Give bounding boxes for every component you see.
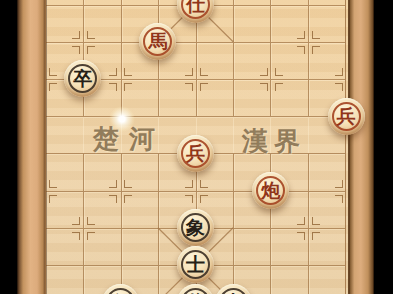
piece-ring: 象 <box>181 213 210 242</box>
board-cell <box>196 42 233 79</box>
board-cell <box>270 5 307 42</box>
piece-red-soldier[interactable]: 兵 <box>177 135 214 172</box>
board-cell <box>83 191 120 228</box>
river-text-left: 楚河 <box>93 122 165 157</box>
river-text-right: 漢界 <box>242 124 306 159</box>
board-cell <box>270 79 307 116</box>
piece-glyph: 馬 <box>148 32 167 51</box>
board-frame-left <box>17 0 47 294</box>
board-cell <box>46 228 83 265</box>
piece-ring: 士 <box>219 288 248 294</box>
board-cell <box>46 191 83 228</box>
piece-ring: 將 <box>181 288 210 294</box>
board-cell <box>270 228 307 265</box>
piece-ring: 卒 <box>68 64 97 93</box>
piece-ring: 兵 <box>332 102 361 131</box>
piece-glyph: 兵 <box>186 144 205 163</box>
board-cell <box>270 265 307 294</box>
piece-glyph: 仕 <box>186 0 205 14</box>
xiangqi-board[interactable]: 楚河 漢界 仕馬卒兵兵炮象士象將士 <box>0 0 393 294</box>
board-cell <box>121 191 158 228</box>
piece-glyph: 士 <box>186 255 205 274</box>
piece-ring: 馬 <box>143 27 172 56</box>
board-cell <box>83 5 120 42</box>
board-cell <box>270 42 307 79</box>
board-cell <box>83 153 120 190</box>
board-cell <box>233 5 270 42</box>
board-cell <box>46 5 83 42</box>
board-cell <box>233 79 270 116</box>
board-cell <box>233 42 270 79</box>
board-cell <box>121 153 158 190</box>
board-cell <box>46 265 83 294</box>
board-cell <box>121 228 158 265</box>
piece-red-soldier[interactable]: 兵 <box>328 98 365 135</box>
piece-glyph: 象 <box>186 218 205 237</box>
board-cell <box>308 228 345 265</box>
board-frame-right <box>348 0 374 294</box>
board-cell <box>308 265 345 294</box>
board-cell <box>308 191 345 228</box>
board-cell <box>196 79 233 116</box>
board-cell <box>308 42 345 79</box>
piece-ring: 兵 <box>181 139 210 168</box>
piece-ring: 士 <box>181 250 210 279</box>
board-cell <box>308 153 345 190</box>
board-cell <box>83 228 120 265</box>
board-cell <box>308 5 345 42</box>
piece-red-cannon[interactable]: 炮 <box>252 172 289 209</box>
piece-ring: 象 <box>106 288 135 294</box>
piece-glyph: 兵 <box>337 107 356 126</box>
piece-black-elephant[interactable]: 象 <box>177 209 214 246</box>
board-cell <box>46 153 83 190</box>
piece-ring: 炮 <box>256 176 285 205</box>
board-cell <box>233 228 270 265</box>
board-cell <box>158 79 195 116</box>
piece-ring: 仕 <box>181 0 210 19</box>
piece-glyph: 炮 <box>261 181 280 200</box>
piece-glyph: 卒 <box>73 69 92 88</box>
board-cell <box>46 116 83 153</box>
board-cell <box>121 79 158 116</box>
